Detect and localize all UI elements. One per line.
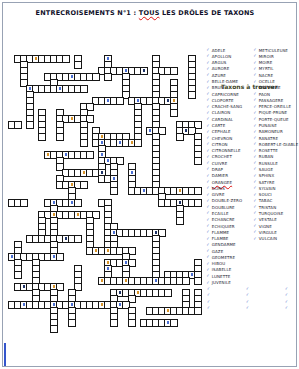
cell-pencil-mark — [77, 213, 79, 216]
cell-pencil-mark — [107, 57, 109, 60]
cell-pencil-mark — [155, 231, 157, 234]
tick-bullet-icon: ✓ — [253, 161, 256, 165]
grid-cell[interactable] — [141, 68, 147, 74]
tick-bullet-icon: ✓ — [253, 224, 256, 228]
cell-pencil-mark — [71, 201, 73, 204]
cell-pencil-mark — [71, 75, 73, 78]
tick-bullet-icon: ✓ — [206, 124, 209, 128]
word-label: TURQUOISE — [259, 211, 284, 216]
cell-pencil-mark — [95, 249, 97, 252]
word-label: VULCAIN — [259, 236, 277, 241]
grid-cell[interactable] — [117, 158, 123, 164]
word-label: CHEVRON — [212, 136, 233, 141]
cell-pencil-mark — [107, 249, 109, 252]
grid-cell[interactable] — [171, 68, 177, 74]
grid-cell[interactable] — [75, 200, 81, 206]
word-label: FLAMME — [212, 230, 229, 235]
cell-pencil-mark — [65, 153, 67, 156]
word-label: APOLLON — [212, 54, 231, 59]
tick-bullet-icon: ✓ — [253, 54, 256, 58]
tick-bullet-icon: ✓ — [206, 218, 209, 222]
word-label: OCELLE — [259, 79, 275, 84]
tick-bullet-icon: ✓ — [285, 293, 293, 297]
grid-cell[interactable] — [129, 296, 135, 302]
cell-pencil-mark — [131, 171, 133, 174]
tick-bullet-icon: ✓ — [253, 48, 256, 52]
word-label: GENDARME — [212, 242, 236, 247]
cell-pencil-mark — [53, 255, 55, 258]
tick-bullet-icon: ✓ — [206, 249, 209, 253]
tick-bullet-icon: ✓ — [206, 237, 209, 241]
grid-cell[interactable] — [57, 254, 63, 260]
cell-pencil-mark — [101, 279, 103, 282]
word-label: ROBERT-LE-DIABLE — [259, 142, 299, 147]
tick-bullet-icon: ✓ — [206, 48, 209, 52]
grid-cell[interactable] — [57, 134, 63, 140]
grid-cell[interactable] — [75, 284, 81, 290]
tick-bullet-icon: ✓ — [253, 105, 256, 109]
cell-pencil-mark — [53, 213, 55, 216]
word-label: BELLE-DAME — [212, 79, 238, 84]
word-label: AURORE — [212, 66, 230, 71]
grid-cell[interactable] — [171, 110, 177, 116]
document-page: ENTRECROISEMENTS N°1 : TOUS LES DRÔLES D… — [0, 0, 299, 369]
tick-bullet-icon: ✓ — [206, 167, 209, 171]
tick-bullet-icon: ✓ — [246, 306, 254, 310]
tick-bullet-icon: ✓ — [206, 255, 209, 259]
puzzle-title: ENTRECROISEMENTS N°1 : TOUS LES DRÔLES D… — [30, 9, 260, 17]
grid-cell[interactable] — [39, 134, 45, 140]
word-label: SOUCI — [259, 192, 272, 197]
cell-pencil-mark — [101, 135, 103, 138]
tick-bullet-icon: ✓ — [246, 300, 254, 304]
word-label: TABAC — [259, 198, 273, 203]
tick-bullet-icon: ✓ — [253, 61, 256, 65]
cell-pencil-mark — [29, 87, 31, 90]
word-label: GIVRE — [212, 192, 225, 197]
cell-pencil-mark — [101, 303, 103, 306]
tick-bullet-icon: ✓ — [206, 211, 209, 215]
word-label: VESTALE — [259, 217, 277, 222]
cell-pencil-mark — [107, 261, 109, 264]
word-list-item: ✓VULCAIN — [253, 235, 299, 241]
cell-pencil-mark — [167, 321, 169, 324]
grid-cell[interactable] — [93, 74, 99, 80]
tick-bullet-icon: ✓ — [207, 306, 215, 310]
word-label: CRACHE-SANG — [212, 104, 242, 109]
grid-cell[interactable] — [75, 62, 81, 68]
word-label: SPHINX — [259, 173, 274, 178]
cell-pencil-mark — [173, 99, 175, 102]
grid-cell[interactable] — [129, 248, 135, 254]
tick-bullet-icon: ✓ — [206, 105, 209, 109]
tick-bullet-icon: ✓ — [253, 73, 256, 77]
word-label: VIRGULE — [259, 230, 277, 235]
tick-bullet-icon: ✓ — [253, 155, 256, 159]
word-label: ORANGEE — [212, 180, 232, 185]
cell-pencil-mark — [113, 231, 115, 234]
cell-pencil-mark — [137, 291, 139, 294]
tick-bullet-icon: ✓ — [253, 149, 256, 153]
grid-cell[interactable] — [159, 128, 165, 134]
tick-bullet-icon: ✓ — [206, 142, 209, 146]
tick-bullet-icon: ✓ — [207, 300, 215, 304]
cell-pencil-mark — [59, 87, 61, 90]
word-list-column-1: ✓ADELE✓APOLLON✓ARGUS✓AURORE✓AZURE✓BELLE-… — [206, 47, 254, 286]
tick-bullet-icon: ✓ — [206, 136, 209, 140]
word-label: ISABELLE — [212, 267, 232, 272]
tick-bullet-icon: ✓ — [207, 293, 215, 297]
cell-pencil-mark — [191, 273, 193, 276]
cell-pencil-mark — [53, 285, 55, 288]
cell-pencil-mark — [119, 303, 121, 306]
word-label: CARTE — [212, 123, 226, 128]
empty-bullet-row: ✓✓✓ — [206, 305, 296, 311]
word-label: CITRON — [212, 142, 228, 147]
grid-cell[interactable] — [21, 200, 27, 206]
word-label: SYLVAIN — [259, 186, 276, 191]
word-label: ROSETTE — [259, 148, 278, 153]
tick-bullet-icon: ✓ — [253, 67, 256, 71]
tick-bullet-icon: ✓ — [253, 186, 256, 190]
word-label: CUIVRE — [212, 161, 228, 166]
word-label: RAMONEUR — [259, 129, 283, 134]
word-label: PIQUE-PRUNE — [259, 110, 287, 115]
cell-pencil-mark — [179, 201, 181, 204]
word-label: BRUN — [212, 85, 224, 90]
tick-bullet-icon: ✓ — [253, 167, 256, 171]
grid-cell[interactable] — [87, 152, 93, 158]
tick-bullet-icon: ✓ — [206, 199, 209, 203]
word-label: RUBAN — [259, 154, 274, 159]
cell-pencil-mark — [101, 171, 103, 174]
cell-pencil-mark — [149, 129, 151, 132]
cell-pencil-mark — [179, 189, 181, 192]
tick-bullet-icon: ✓ — [206, 73, 209, 77]
grid-cell[interactable] — [195, 200, 201, 206]
word-label: PAON — [259, 92, 270, 97]
word-label: PORTE-QUEUE — [259, 117, 289, 122]
tick-bullet-icon: ✓ — [206, 111, 209, 115]
grid-cell[interactable] — [57, 284, 63, 290]
word-label: ARGUS — [212, 60, 227, 65]
tick-bullet-icon: ✓ — [206, 230, 209, 234]
cell-pencil-mark — [23, 285, 25, 288]
puzzle-title-part1: ENTRECROISEMENTS N°1 : — [36, 9, 137, 17]
cell-pencil-mark — [107, 159, 109, 162]
grid-cell[interactable] — [177, 134, 183, 140]
cell-pencil-mark — [65, 237, 67, 240]
tick-bullet-icon: ✓ — [206, 80, 209, 84]
cell-pencil-mark — [35, 57, 37, 60]
tick-bullet-icon: ✓ — [285, 287, 293, 291]
tick-bullet-icon: ✓ — [253, 218, 256, 222]
cell-pencil-mark — [167, 309, 169, 312]
cell-pencil-mark — [119, 291, 121, 294]
grid-cell[interactable] — [195, 308, 201, 314]
cell-pencil-mark — [125, 279, 127, 282]
word-label: RUSSULE — [259, 161, 278, 166]
tick-bullet-icon: ✓ — [253, 92, 256, 96]
cell-pencil-mark — [137, 99, 139, 102]
word-label: PASSAGERE — [259, 98, 284, 103]
cell-pencil-mark — [143, 189, 145, 192]
word-label: CLAIRON — [212, 110, 231, 115]
tick-bullet-icon: ✓ — [206, 161, 209, 165]
tick-bullet-icon: ✓ — [253, 174, 256, 178]
cell-pencil-mark — [167, 99, 169, 102]
grid-cell[interactable] — [129, 320, 135, 326]
grid-cell[interactable] — [159, 230, 165, 236]
tick-bullet-icon: ✓ — [206, 281, 209, 285]
tick-bullet-icon: ✓ — [253, 98, 256, 102]
cell-pencil-mark — [71, 183, 73, 186]
word-list-item: ✓JUVENILE — [206, 279, 254, 285]
grid-cell[interactable] — [183, 278, 189, 284]
tick-bullet-icon: ✓ — [285, 300, 293, 304]
tick-bullet-icon: ✓ — [206, 92, 209, 96]
word-label: CITRONNELLE — [212, 148, 241, 153]
cell-pencil-mark — [71, 117, 73, 120]
grid-cell[interactable] — [93, 212, 99, 218]
grid-cell[interactable] — [87, 104, 93, 110]
tick-bullet-icon: ✓ — [207, 287, 215, 291]
puzzle-title-squiggle-word: TOUS — [139, 9, 160, 17]
cell-pencil-mark — [101, 141, 103, 144]
word-label: CEPHALE — [212, 129, 231, 134]
cell-pencil-mark — [143, 69, 145, 72]
tick-bullet-icon: ✓ — [253, 230, 256, 234]
word-label: ECHIQUIER — [212, 224, 235, 229]
tick-bullet-icon: ✓ — [253, 142, 256, 146]
tick-bullet-icon: ✓ — [206, 274, 209, 278]
grid-cell[interactable] — [195, 188, 201, 194]
word-label: PANTHERE — [259, 85, 281, 90]
tick-bullet-icon: ✓ — [253, 199, 256, 203]
grid-cell[interactable] — [171, 320, 177, 326]
word-label: NACRE — [259, 73, 273, 78]
word-label: TRISTAN — [259, 205, 277, 210]
word-label: PERCE-OREILLE — [259, 104, 291, 109]
word-list-item: ✓ROBERT-LE-DIABLE — [253, 141, 299, 147]
word-label: AZURE — [212, 73, 226, 78]
grid-cell[interactable] — [177, 218, 183, 224]
tick-bullet-icon: ✓ — [253, 237, 256, 241]
grid-cell[interactable] — [87, 116, 93, 122]
tick-bullet-icon: ✓ — [253, 80, 256, 84]
tick-bullet-icon: ✓ — [206, 243, 209, 247]
cell-pencil-mark — [53, 303, 55, 306]
word-list-column-2: ✓METICULEUSE✓MIROIR✓MOIRE✓MYRTIL✓NACRE✓O… — [253, 47, 299, 242]
tick-bullet-icon: ✓ — [253, 136, 256, 140]
tick-bullet-icon: ✓ — [206, 149, 209, 153]
word-label: DRAP — [212, 167, 223, 172]
tick-bullet-icon: ✓ — [206, 86, 209, 90]
word-label: CLOPORTE — [212, 98, 234, 103]
tick-bullet-icon: ✓ — [246, 293, 254, 297]
grid-cell[interactable] — [111, 320, 117, 326]
grid-cell[interactable] — [189, 92, 195, 98]
cell-pencil-mark — [155, 279, 157, 282]
tick-bullet-icon: ✓ — [206, 224, 209, 228]
tick-bullet-icon: ✓ — [206, 180, 209, 184]
tick-bullet-icon: ✓ — [206, 98, 209, 102]
grid-cell[interactable] — [15, 122, 21, 128]
tick-bullet-icon: ✓ — [206, 205, 209, 209]
word-label: SAUGE — [259, 167, 273, 172]
word-label: PUNAISE — [259, 123, 277, 128]
tick-bullet-icon: ✓ — [253, 211, 256, 215]
word-label: DORIS — [212, 186, 225, 191]
grid-cell[interactable] — [105, 74, 111, 80]
word-label: FLAMBE — [212, 236, 229, 241]
crisscross-grid — [9, 56, 201, 332]
word-label: HIBOU — [212, 261, 225, 266]
grid-cell[interactable] — [195, 278, 201, 284]
grid-cell[interactable] — [69, 320, 75, 326]
cell-pencil-mark — [113, 177, 115, 180]
grid-cell[interactable] — [63, 56, 69, 62]
tick-bullet-icon: ✓ — [253, 180, 256, 184]
cell-pencil-mark — [107, 99, 109, 102]
cell-pencil-mark — [131, 141, 133, 144]
word-label: SATYRE — [259, 180, 275, 185]
word-label: CROCHET — [212, 154, 232, 159]
tick-bullet-icon: ✓ — [206, 193, 209, 197]
tick-bullet-icon: ✓ — [285, 306, 293, 310]
empty-bullet-rows: ✓✓✓✓✓✓✓✓✓✓✓✓ — [206, 286, 296, 311]
tick-bullet-icon: ✓ — [206, 262, 209, 266]
tick-bullet-icon: ✓ — [206, 155, 209, 159]
word-label: CAPRICORNE — [212, 92, 239, 97]
tick-bullet-icon: ✓ — [253, 130, 256, 134]
grid-cell[interactable] — [195, 122, 201, 128]
tick-bullet-icon: ✓ — [206, 186, 209, 190]
cell-pencil-mark — [11, 255, 13, 258]
tick-bullet-icon: ✓ — [246, 287, 254, 291]
grid-cell[interactable] — [75, 236, 81, 242]
word-label: LUNETTE — [212, 274, 231, 279]
grid-cell[interactable] — [165, 290, 171, 296]
cell-pencil-mark — [107, 267, 109, 270]
grid-cell[interactable] — [81, 182, 87, 188]
word-label: GAZE — [212, 249, 224, 254]
word-label: MYRTIL — [259, 66, 274, 71]
cell-pencil-mark — [71, 303, 73, 306]
puzzle-title-part3: LES DRÔLES DE TAXONS — [162, 9, 254, 17]
cell-pencil-mark — [83, 171, 85, 174]
cell-pencil-mark — [185, 129, 187, 132]
tick-bullet-icon: ✓ — [206, 67, 209, 71]
word-label: CARDINAL — [212, 117, 233, 122]
cell-pencil-mark — [125, 69, 127, 72]
tick-bullet-icon: ✓ — [206, 54, 209, 58]
tick-bullet-icon: ✓ — [206, 130, 209, 134]
tick-bullet-icon: ✓ — [206, 61, 209, 65]
cell-pencil-mark — [47, 153, 49, 156]
tick-bullet-icon: ✓ — [206, 268, 209, 272]
word-label: MIROIR — [259, 54, 274, 59]
word-label: RANATRE — [259, 136, 278, 141]
word-label: VIGNE — [259, 224, 272, 229]
grid-cell[interactable] — [117, 98, 123, 104]
word-label: GEOMETRE — [212, 255, 235, 260]
word-label: ADELE — [212, 48, 226, 53]
grid-cell[interactable] — [81, 140, 87, 146]
grid-cell[interactable] — [81, 86, 87, 92]
grid-cell[interactable] — [15, 272, 21, 278]
tick-bullet-icon: ✓ — [253, 193, 256, 197]
word-label: DOUBLE-ZERO — [212, 198, 242, 203]
word-label: DAMIER — [212, 173, 228, 178]
grid-cell[interactable] — [27, 122, 33, 128]
tick-bullet-icon: ✓ — [206, 117, 209, 121]
tick-bullet-icon: ✓ — [253, 124, 256, 128]
grid-cell[interactable] — [135, 140, 141, 146]
word-label: METICULEUSE — [259, 48, 288, 53]
tick-bullet-icon: ✓ — [253, 117, 256, 121]
tick-bullet-icon: ✓ — [206, 174, 209, 178]
tick-bullet-icon: ✓ — [253, 205, 256, 209]
grid-cell[interactable] — [195, 158, 201, 164]
word-label: JUVENILE — [212, 280, 231, 285]
blue-accent-line — [4, 343, 6, 366]
grid-cell[interactable] — [111, 188, 117, 194]
tick-bullet-icon: ✓ — [253, 86, 256, 90]
cell-pencil-mark — [101, 153, 103, 156]
grid-cell[interactable] — [51, 326, 57, 332]
cell-pencil-mark — [53, 201, 55, 204]
cell-pencil-mark — [119, 141, 121, 144]
cell-pencil-mark — [125, 261, 127, 264]
word-label: ECHANCRE — [212, 217, 235, 222]
tick-bullet-icon: ✓ — [253, 111, 256, 115]
word-label: DOUBLURE — [212, 205, 235, 210]
word-label: MOIRE — [259, 60, 273, 65]
grid-cell[interactable] — [129, 260, 135, 266]
word-label: ECAILLE — [212, 211, 229, 216]
cell-pencil-mark — [23, 303, 25, 306]
